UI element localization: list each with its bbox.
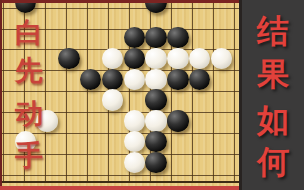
- white-stone: [167, 48, 189, 70]
- white-stone: [124, 131, 146, 153]
- left-border-strip: [0, 0, 2, 190]
- black-stone: [167, 27, 189, 49]
- black-stone: [145, 152, 167, 174]
- caption-char: 结: [242, 15, 304, 47]
- white-stone: [211, 48, 233, 70]
- caption-char: 动: [13, 100, 45, 128]
- black-stone: [189, 69, 211, 91]
- black-stone: [145, 27, 167, 49]
- white-stone: [145, 69, 167, 91]
- white-stone: [145, 48, 167, 70]
- caption-char: 白: [13, 19, 45, 47]
- black-stone: [124, 48, 146, 70]
- go-puzzle-thumbnail: 白 先 动 手 结 果 如 何: [0, 0, 304, 190]
- right-caption-panel: 结 果 如 何: [239, 0, 304, 190]
- white-stone: [102, 48, 124, 70]
- black-stone: [124, 27, 146, 49]
- white-stone: [124, 110, 146, 132]
- black-stone: [145, 89, 167, 111]
- left-caption: 白 先 动 手: [13, 0, 45, 190]
- white-stone: [102, 89, 124, 111]
- caption-char: 何: [242, 146, 304, 178]
- black-stone: [167, 69, 189, 91]
- caption-char: 先: [13, 57, 45, 85]
- black-stone: [58, 48, 80, 70]
- black-stone: [145, 131, 167, 153]
- white-stone: [124, 152, 146, 174]
- caption-char: 如: [242, 104, 304, 136]
- white-stone: [145, 110, 167, 132]
- black-stone: [102, 69, 124, 91]
- white-stone: [124, 69, 146, 91]
- black-stone: [167, 110, 189, 132]
- caption-char: 手: [13, 142, 45, 170]
- black-stone: [80, 69, 102, 91]
- white-stone: [189, 48, 211, 70]
- caption-char: 果: [242, 58, 304, 90]
